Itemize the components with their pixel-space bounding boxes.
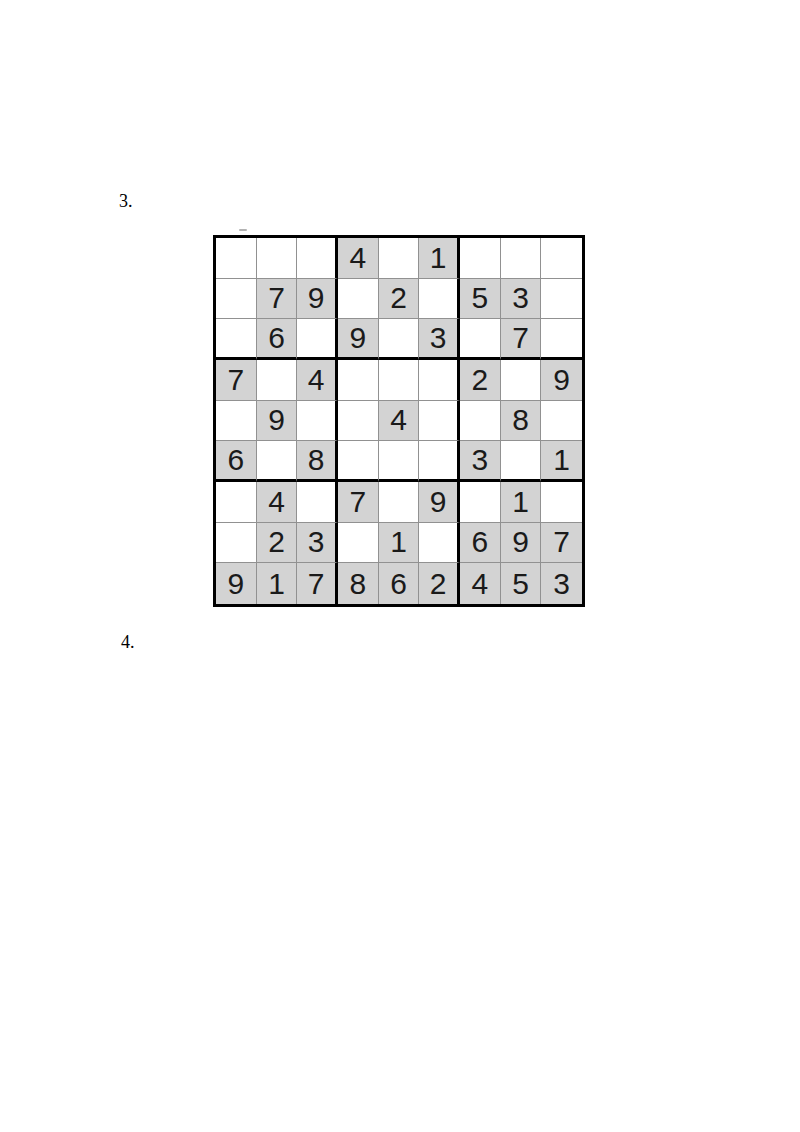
sudoku-cell-r9c4-given: 8 [338, 563, 379, 604]
puzzle-number-4-label: 4. [121, 633, 135, 651]
sudoku-cell-r5c5-given: 4 [379, 401, 420, 442]
sudoku-cell-r4c7-given: 2 [460, 360, 501, 401]
sudoku-grid: 4179253693774299486831479123169791786245… [213, 235, 585, 607]
sudoku-cell-r2c1-empty [216, 279, 257, 320]
sudoku-cell-r6c6-empty [419, 441, 460, 482]
sudoku-cell-r3c3-empty [297, 319, 338, 360]
sudoku-cell-r5c9-empty [541, 401, 582, 442]
sudoku-cell-r6c4-empty [338, 441, 379, 482]
sudoku-cell-r8c6-empty [419, 523, 460, 564]
sudoku-cell-r8c9-given: 7 [541, 523, 582, 564]
sudoku-cell-r7c8-given: 1 [501, 482, 542, 523]
sudoku-cell-r1c7-empty [460, 238, 501, 279]
sudoku-cell-r9c5-given: 6 [379, 563, 420, 604]
sudoku-cell-r1c3-empty [297, 238, 338, 279]
sudoku-cell-r3c2-given: 6 [257, 319, 298, 360]
sudoku-cell-r2c4-empty [338, 279, 379, 320]
sudoku-cell-r8c8-given: 9 [501, 523, 542, 564]
sudoku-cell-r6c8-empty [501, 441, 542, 482]
sudoku-cell-r3c9-empty [541, 319, 582, 360]
sudoku-cell-r4c1-given: 7 [216, 360, 257, 401]
sudoku-cell-r5c4-empty [338, 401, 379, 442]
sudoku-cell-r1c6-given: 1 [419, 238, 460, 279]
sudoku-cell-r3c5-empty [379, 319, 420, 360]
sudoku-cell-r6c1-given: 6 [216, 441, 257, 482]
sudoku-cell-r7c9-empty [541, 482, 582, 523]
sudoku-cell-r2c7-given: 5 [460, 279, 501, 320]
sudoku-cell-r9c2-given: 1 [257, 563, 298, 604]
sudoku-cell-r6c3-given: 8 [297, 441, 338, 482]
sudoku-cell-r9c3-given: 7 [297, 563, 338, 604]
sudoku-cell-r4c3-given: 4 [297, 360, 338, 401]
sudoku-cell-r8c1-empty [216, 523, 257, 564]
sudoku-cell-r6c9-given: 1 [541, 441, 582, 482]
document-page: 3. 4179253693774299486831479123169791786… [0, 0, 800, 1132]
sudoku-cell-r4c2-empty [257, 360, 298, 401]
sudoku-cell-r9c9-given: 3 [541, 563, 582, 604]
sudoku-cell-r8c4-empty [338, 523, 379, 564]
sudoku-cell-r1c2-empty [257, 238, 298, 279]
sudoku-cell-r8c5-given: 1 [379, 523, 420, 564]
sudoku-cell-r5c6-empty [419, 401, 460, 442]
sudoku-cell-r5c7-empty [460, 401, 501, 442]
sudoku-cell-r6c7-given: 3 [460, 441, 501, 482]
sudoku-cell-r2c9-empty [541, 279, 582, 320]
sudoku-cell-r2c3-given: 9 [297, 279, 338, 320]
sudoku-cell-r9c7-given: 4 [460, 563, 501, 604]
sudoku-cell-r2c8-given: 3 [501, 279, 542, 320]
sudoku-cell-r9c1-given: 9 [216, 563, 257, 604]
sudoku-cell-r4c9-given: 9 [541, 360, 582, 401]
sudoku-cell-r7c6-given: 9 [419, 482, 460, 523]
sudoku-cell-r4c5-empty [379, 360, 420, 401]
sudoku-cell-r9c6-given: 2 [419, 563, 460, 604]
sudoku-cell-r8c2-given: 2 [257, 523, 298, 564]
sudoku-cell-r2c6-empty [419, 279, 460, 320]
sudoku-cell-r1c9-empty [541, 238, 582, 279]
sudoku-cell-r6c2-empty [257, 441, 298, 482]
sudoku-cell-r3c7-empty [460, 319, 501, 360]
sudoku-cell-r4c8-empty [501, 360, 542, 401]
sudoku-cell-r7c2-given: 4 [257, 482, 298, 523]
sudoku-cell-r3c4-given: 9 [338, 319, 379, 360]
sudoku-cell-r1c4-given: 4 [338, 238, 379, 279]
sudoku-cell-r7c4-given: 7 [338, 482, 379, 523]
sudoku-cell-r7c3-empty [297, 482, 338, 523]
sudoku-cell-r5c3-empty [297, 401, 338, 442]
sudoku-cell-r4c4-empty [338, 360, 379, 401]
sudoku-cell-r9c8-given: 5 [501, 563, 542, 604]
sudoku-cell-r2c2-given: 7 [257, 279, 298, 320]
sudoku-cell-r7c5-empty [379, 482, 420, 523]
sudoku-cell-r1c8-empty [501, 238, 542, 279]
sudoku-cell-r4c6-empty [419, 360, 460, 401]
sudoku-cell-r8c7-given: 6 [460, 523, 501, 564]
sudoku-cell-r8c3-given: 3 [297, 523, 338, 564]
sudoku-cell-r2c5-given: 2 [379, 279, 420, 320]
sudoku-cell-r1c5-empty [379, 238, 420, 279]
sudoku-cell-r7c1-empty [216, 482, 257, 523]
sudoku-cell-r3c6-given: 3 [419, 319, 460, 360]
stray-print-mark [239, 229, 247, 231]
sudoku-cell-r6c5-empty [379, 441, 420, 482]
sudoku-cell-r5c8-given: 8 [501, 401, 542, 442]
sudoku-cell-r5c1-empty [216, 401, 257, 442]
sudoku-cell-r1c1-empty [216, 238, 257, 279]
sudoku-cell-r3c1-empty [216, 319, 257, 360]
sudoku-cell-r5c2-given: 9 [257, 401, 298, 442]
sudoku-cell-r7c7-empty [460, 482, 501, 523]
puzzle-number-3-label: 3. [119, 192, 133, 210]
sudoku-cell-r3c8-given: 7 [501, 319, 542, 360]
